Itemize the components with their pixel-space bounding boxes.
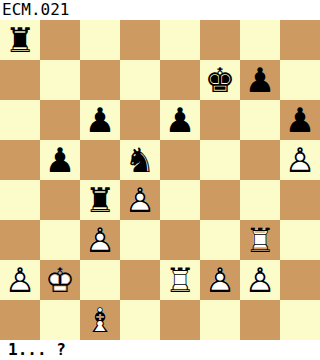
square-d6[interactable] [120, 100, 160, 140]
square-e5[interactable] [160, 140, 200, 180]
square-b4[interactable] [40, 180, 80, 220]
white-rook-piece: ♜♖ [165, 260, 195, 300]
square-h1[interactable] [280, 300, 320, 340]
square-e7[interactable] [160, 60, 200, 100]
black-rook-glyph: ♜ [5, 20, 35, 60]
square-h5[interactable]: ♟♙ [280, 140, 320, 180]
square-h8[interactable] [280, 20, 320, 60]
square-g1[interactable] [240, 300, 280, 340]
black-rook-glyph: ♜ [85, 180, 115, 220]
square-b8[interactable] [40, 20, 80, 60]
white-bishop-glyph: ♗ [85, 300, 115, 340]
black-pawn-piece: ♟ [45, 140, 75, 180]
square-b2[interactable]: ♚♔ [40, 260, 80, 300]
square-e2[interactable]: ♜♖ [160, 260, 200, 300]
square-b7[interactable] [40, 60, 80, 100]
white-pawn-glyph: ♙ [245, 260, 275, 300]
square-g6[interactable] [240, 100, 280, 140]
square-d2[interactable] [120, 260, 160, 300]
square-d8[interactable] [120, 20, 160, 60]
white-pawn-piece: ♟♙ [5, 260, 35, 300]
black-rook-piece: ♜ [5, 20, 35, 60]
square-g5[interactable] [240, 140, 280, 180]
square-c1[interactable]: ♝♗ [80, 300, 120, 340]
square-e6[interactable]: ♟ [160, 100, 200, 140]
square-a6[interactable] [0, 100, 40, 140]
square-e4[interactable] [160, 180, 200, 220]
square-e8[interactable] [160, 20, 200, 60]
black-knight-glyph: ♞ [125, 140, 155, 180]
square-a7[interactable] [0, 60, 40, 100]
square-h6[interactable]: ♟ [280, 100, 320, 140]
move-prompt: 1... ? [0, 340, 320, 360]
square-a2[interactable]: ♟♙ [0, 260, 40, 300]
white-pawn-glyph: ♙ [5, 260, 35, 300]
square-c3[interactable]: ♟♙ [80, 220, 120, 260]
square-h7[interactable] [280, 60, 320, 100]
black-king-glyph: ♚ [205, 60, 235, 100]
chess-diagram-page: ECM.021 ♜♚♟♟♟♟♟♞♟♙♜♟♙♟♙♜♖♟♙♚♔♜♖♟♙♟♙♝♗ 1.… [0, 0, 320, 360]
black-pawn-piece: ♟ [285, 100, 315, 140]
white-pawn-piece: ♟♙ [85, 220, 115, 260]
square-f3[interactable] [200, 220, 240, 260]
white-pawn-glyph: ♙ [85, 220, 115, 260]
square-c2[interactable] [80, 260, 120, 300]
black-rook-piece: ♜ [85, 180, 115, 220]
square-c4[interactable]: ♜ [80, 180, 120, 220]
white-pawn-piece: ♟♙ [245, 260, 275, 300]
square-c5[interactable] [80, 140, 120, 180]
square-g8[interactable] [240, 20, 280, 60]
black-pawn-glyph: ♟ [165, 100, 195, 140]
black-pawn-glyph: ♟ [285, 100, 315, 140]
black-pawn-piece: ♟ [85, 100, 115, 140]
square-a8[interactable]: ♜ [0, 20, 40, 60]
white-pawn-piece: ♟♙ [285, 140, 315, 180]
square-f2[interactable]: ♟♙ [200, 260, 240, 300]
square-b6[interactable] [40, 100, 80, 140]
square-g3[interactable]: ♜♖ [240, 220, 280, 260]
square-a5[interactable] [0, 140, 40, 180]
square-a1[interactable] [0, 300, 40, 340]
square-f5[interactable] [200, 140, 240, 180]
black-pawn-piece: ♟ [245, 60, 275, 100]
square-h3[interactable] [280, 220, 320, 260]
white-rook-glyph: ♖ [165, 260, 195, 300]
black-knight-piece: ♞ [125, 140, 155, 180]
white-bishop-piece: ♝♗ [85, 300, 115, 340]
square-f7[interactable]: ♚ [200, 60, 240, 100]
white-pawn-glyph: ♙ [125, 180, 155, 220]
chess-board: ♜♚♟♟♟♟♟♞♟♙♜♟♙♟♙♜♖♟♙♚♔♜♖♟♙♟♙♝♗ [0, 20, 320, 340]
black-pawn-piece: ♟ [165, 100, 195, 140]
black-pawn-glyph: ♟ [245, 60, 275, 100]
square-e3[interactable] [160, 220, 200, 260]
square-d3[interactable] [120, 220, 160, 260]
square-d5[interactable]: ♞ [120, 140, 160, 180]
square-a3[interactable] [0, 220, 40, 260]
white-pawn-piece: ♟♙ [205, 260, 235, 300]
square-b3[interactable] [40, 220, 80, 260]
white-rook-piece: ♜♖ [245, 220, 275, 260]
black-pawn-glyph: ♟ [45, 140, 75, 180]
black-king-piece: ♚ [205, 60, 235, 100]
square-f8[interactable] [200, 20, 240, 60]
white-king-glyph: ♔ [45, 260, 75, 300]
square-g4[interactable] [240, 180, 280, 220]
square-g2[interactable]: ♟♙ [240, 260, 280, 300]
square-d1[interactable] [120, 300, 160, 340]
square-b5[interactable]: ♟ [40, 140, 80, 180]
white-pawn-glyph: ♙ [205, 260, 235, 300]
white-pawn-glyph: ♙ [285, 140, 315, 180]
square-f1[interactable] [200, 300, 240, 340]
white-king-piece: ♚♔ [45, 260, 75, 300]
square-a4[interactable] [0, 180, 40, 220]
square-f6[interactable] [200, 100, 240, 140]
square-c6[interactable]: ♟ [80, 100, 120, 140]
square-d7[interactable] [120, 60, 160, 100]
square-c7[interactable] [80, 60, 120, 100]
page-title: ECM.021 [0, 0, 320, 20]
square-e1[interactable] [160, 300, 200, 340]
square-f4[interactable] [200, 180, 240, 220]
square-h2[interactable] [280, 260, 320, 300]
square-d4[interactable]: ♟♙ [120, 180, 160, 220]
square-b1[interactable] [40, 300, 80, 340]
black-pawn-glyph: ♟ [85, 100, 115, 140]
white-pawn-piece: ♟♙ [125, 180, 155, 220]
white-rook-glyph: ♖ [245, 220, 275, 260]
square-h4[interactable] [280, 180, 320, 220]
square-g7[interactable]: ♟ [240, 60, 280, 100]
square-c8[interactable] [80, 20, 120, 60]
